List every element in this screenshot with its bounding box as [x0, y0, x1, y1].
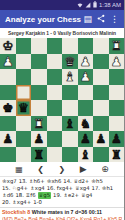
square[interactable]: ♟: [78, 131, 94, 147]
clock-text: 1:38 AM: [99, 2, 121, 8]
square[interactable]: [31, 54, 47, 70]
square[interactable]: ♟: [78, 69, 94, 85]
square[interactable]: [47, 38, 63, 54]
play-button[interactable]: ▶: [80, 163, 87, 176]
square[interactable]: [109, 85, 125, 101]
square[interactable]: ♝: [78, 147, 94, 163]
square[interactable]: [16, 38, 32, 54]
current-move[interactable]: ♕g5: [38, 192, 51, 199]
black-piece: ♟: [93, 131, 109, 147]
share-icon[interactable]: [97, 14, 105, 25]
move[interactable]: 16. fxg4+: [47, 185, 73, 192]
square[interactable]: [16, 69, 32, 85]
square[interactable]: ♟: [109, 54, 125, 70]
square[interactable]: [0, 69, 16, 85]
square[interactable]: ♟: [109, 131, 125, 147]
move[interactable]: 14. ♕d2+: [63, 178, 89, 185]
square[interactable]: [62, 85, 78, 101]
square[interactable]: ♜: [109, 147, 125, 163]
engine-depth: d=36: [75, 209, 87, 215]
square[interactable]: [31, 38, 47, 54]
black-piece: ♝: [78, 147, 94, 163]
square[interactable]: [0, 116, 16, 132]
black-piece: ♟: [0, 131, 16, 147]
square[interactable]: [93, 100, 109, 116]
square[interactable]: ♚: [0, 100, 16, 116]
square[interactable]: ♛: [16, 100, 32, 116]
square[interactable]: [78, 85, 94, 101]
move-list[interactable]: ♔xg713. ♗h6+♔xh614. ♕d2+♔h515. ♘g4+♗xg41…: [0, 177, 124, 207]
square[interactable]: ♜: [31, 116, 47, 132]
move[interactable]: 15. ♘g4+: [2, 185, 28, 192]
black-piece: ♟: [31, 131, 47, 147]
square[interactable]: ♟: [0, 54, 16, 70]
white-piece: ♛: [62, 54, 78, 70]
board-list-icon[interactable]: ▤: [83, 14, 92, 24]
white-piece: ♟: [78, 54, 94, 70]
analysis-button[interactable]: ⊕: [101, 163, 109, 176]
square[interactable]: [78, 100, 94, 116]
engine-evaluation: White mates in 7: [32, 209, 74, 215]
square[interactable]: [62, 131, 78, 147]
square[interactable]: [47, 85, 63, 101]
setup-board-button[interactable]: ▦: [15, 163, 23, 176]
move[interactable]: ♗d6: [2, 192, 13, 199]
square[interactable]: [16, 85, 32, 101]
move[interactable]: ♔h5: [91, 178, 102, 185]
square[interactable]: ♜: [31, 147, 47, 163]
move-navigation-bar: ▦❮❯▶⊕: [0, 162, 124, 177]
move[interactable]: ♕xg4: [75, 185, 90, 192]
square[interactable]: [62, 38, 78, 54]
square[interactable]: [16, 147, 32, 163]
square[interactable]: [78, 38, 94, 54]
square[interactable]: [16, 116, 32, 132]
square[interactable]: [109, 100, 125, 116]
move[interactable]: 19. ♗e2+: [53, 192, 79, 199]
screen: 1:38 AM Analyze your Chess ▤ ⋮ Sergey Ka…: [0, 0, 124, 220]
engine-time: 00:11: [89, 209, 102, 215]
white-piece: ♟: [78, 69, 94, 85]
square[interactable]: [62, 100, 78, 116]
prev-move-button[interactable]: ❮: [37, 163, 44, 176]
square[interactable]: ♟: [78, 54, 94, 70]
move[interactable]: ♕g4: [81, 192, 92, 199]
square[interactable]: [93, 85, 109, 101]
move[interactable]: ♔xg7: [2, 178, 17, 185]
next-move-button[interactable]: ❯: [59, 163, 66, 176]
square[interactable]: [62, 147, 78, 163]
white-piece: ♟: [0, 54, 16, 70]
game-players-header: Sergey Karjakin 1 - 0 Vasily Borisovich …: [0, 28, 124, 38]
square[interactable]: [109, 69, 125, 85]
chess-board[interactable]: ♚♜♟♛♟♟♝♟♚♛♜♝♞♟♟♟♟♟♜♝♜: [0, 38, 124, 162]
black-piece: ♟: [78, 131, 94, 147]
square[interactable]: [109, 116, 125, 132]
move[interactable]: 18. ♖f6: [15, 192, 35, 199]
engine-best-line: (M7) Be2+ Bg4 Bxg4+ Kh4 Qf2+ Kxg4 Rg1+ K…: [2, 216, 122, 220]
engine-name: Stockfish 8: [2, 209, 30, 215]
square[interactable]: [93, 54, 109, 70]
square[interactable]: [93, 69, 109, 85]
square[interactable]: ♝: [62, 116, 78, 132]
app-title: Analyze your Chess: [5, 15, 83, 24]
square[interactable]: [47, 100, 63, 116]
move[interactable]: ♗xg4: [30, 185, 45, 192]
white-piece: ♟: [109, 54, 125, 70]
black-piece: ♜: [31, 147, 47, 163]
square[interactable]: ♚: [0, 38, 16, 54]
black-piece: ♚: [0, 100, 16, 116]
square[interactable]: ♟: [31, 131, 47, 147]
square[interactable]: ♟: [93, 131, 109, 147]
black-piece: ♟: [109, 131, 125, 147]
square[interactable]: [31, 100, 47, 116]
square[interactable]: ♜: [109, 38, 125, 54]
move[interactable]: 17. ♔h1: [92, 185, 114, 192]
square[interactable]: [0, 147, 16, 163]
square[interactable]: [47, 116, 63, 132]
move[interactable]: 13. ♗h6+: [19, 178, 45, 185]
signal-icon: [85, 2, 91, 9]
status-bar: 1:38 AM: [0, 0, 124, 10]
square[interactable]: [47, 131, 63, 147]
black-piece: ♛: [16, 100, 32, 116]
black-piece: ♝: [62, 116, 78, 132]
app-bar: Analyze your Chess ▤ ⋮: [0, 10, 124, 28]
white-piece: ♜: [109, 38, 125, 54]
square[interactable]: ♞: [78, 116, 94, 132]
white-piece: ♝: [62, 69, 78, 85]
square[interactable]: [93, 116, 109, 132]
square[interactable]: [31, 69, 47, 85]
battery-icon: [93, 1, 97, 9]
black-piece: ♜: [109, 147, 125, 163]
engine-panel[interactable]: Stockfish 8 White mates in 7 d=36 00:11 …: [0, 207, 124, 220]
move[interactable]: ♔xh6: [47, 178, 62, 185]
square[interactable]: ♟: [0, 131, 16, 147]
engine-status-line: Stockfish 8 White mates in 7 d=36 00:11: [2, 209, 122, 215]
square[interactable]: [0, 85, 16, 101]
black-piece: ♞: [78, 116, 94, 132]
move[interactable]: 1-0: [33, 199, 42, 206]
white-piece: ♚: [0, 38, 16, 54]
overflow-menu-icon[interactable]: ⋮: [110, 14, 119, 24]
square[interactable]: [47, 147, 63, 163]
white-piece: ♜: [31, 116, 47, 132]
square[interactable]: [47, 69, 63, 85]
move[interactable]: 20. ♗xg4+: [2, 199, 31, 206]
square[interactable]: [16, 131, 32, 147]
square[interactable]: [93, 147, 109, 163]
square[interactable]: [93, 38, 109, 54]
square[interactable]: ♛: [62, 54, 78, 70]
square[interactable]: [47, 54, 63, 70]
square[interactable]: [31, 85, 47, 101]
wifi-icon: [77, 2, 83, 9]
square[interactable]: [16, 54, 32, 70]
square[interactable]: ♝: [62, 69, 78, 85]
